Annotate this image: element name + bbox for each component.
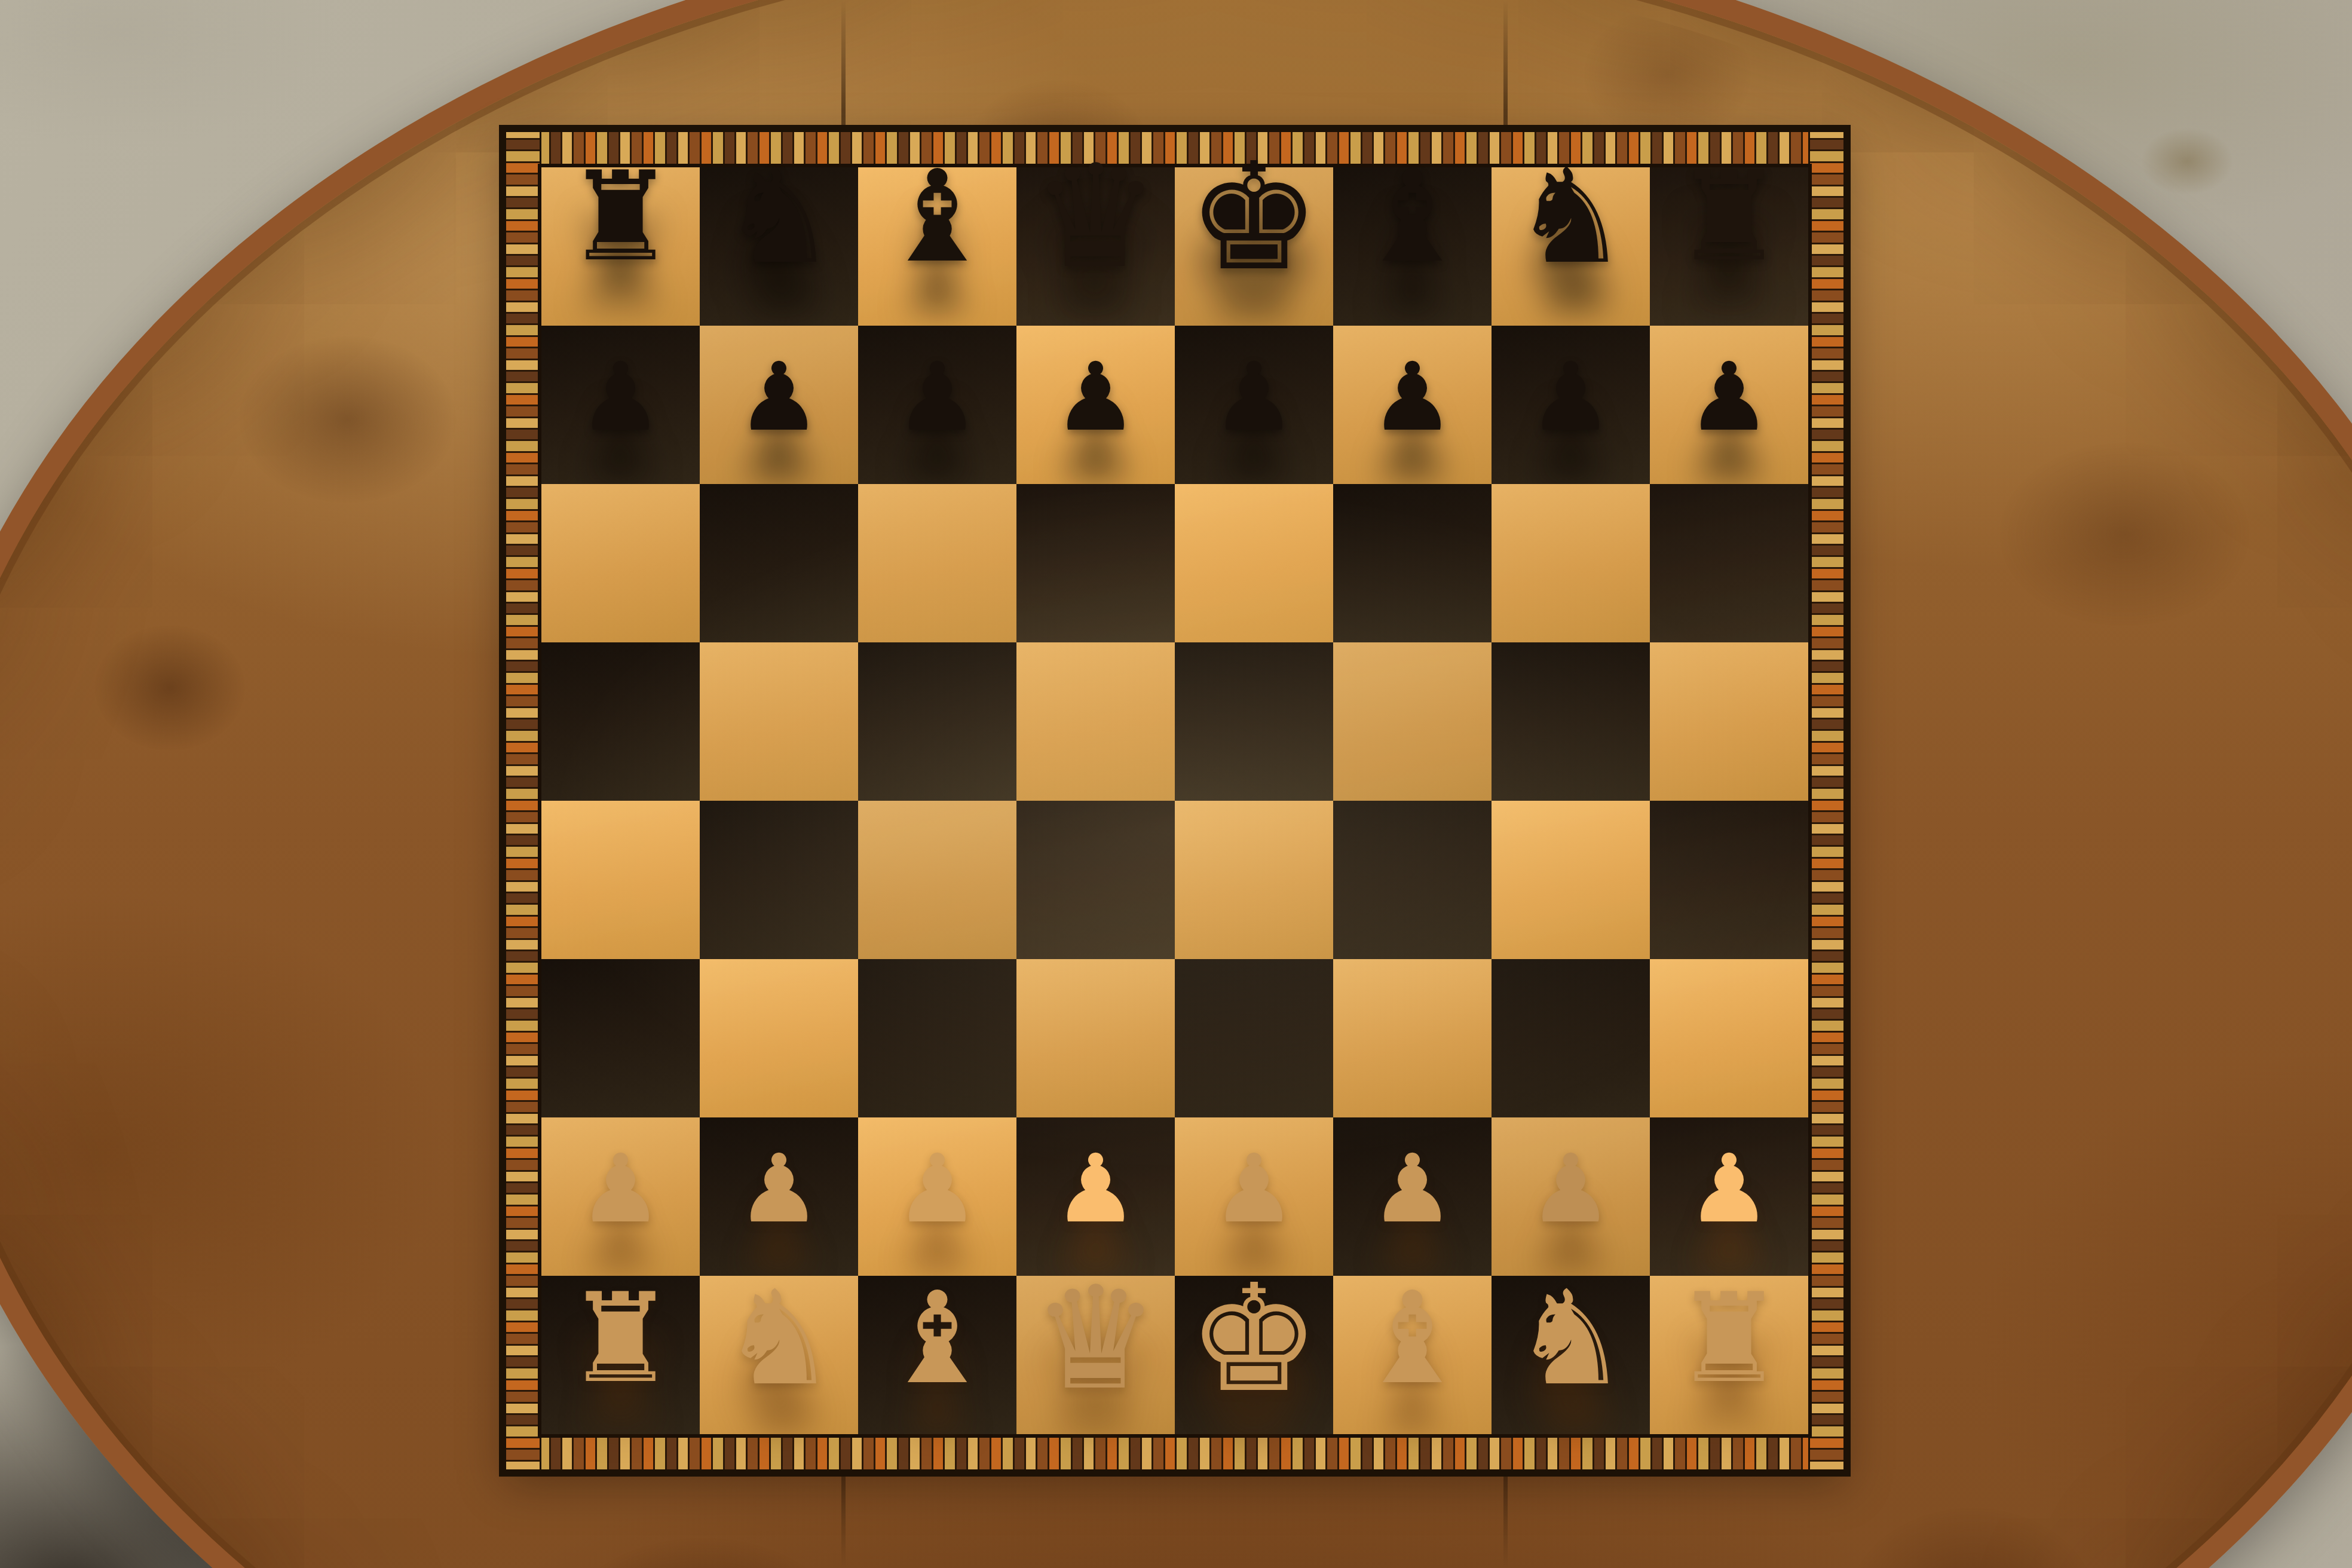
piece-white-king-e1[interactable]: ♚ [1187, 1264, 1320, 1413]
square-c8[interactable]: ♝ [858, 167, 1016, 326]
piece-black-pawn-a7[interactable]: ♟ [578, 350, 663, 444]
square-g1[interactable]: ♞ [1492, 1276, 1650, 1434]
square-f8[interactable]: ♝ [1333, 167, 1492, 326]
square-e5[interactable] [1175, 642, 1333, 801]
square-d8[interactable]: ♛ [1016, 167, 1175, 326]
square-g8[interactable]: ♞ [1492, 167, 1650, 326]
square-f4[interactable] [1333, 801, 1492, 959]
piece-black-rook-a8[interactable]: ♜ [565, 155, 676, 278]
piece-white-pawn-c2[interactable]: ♟ [895, 1141, 980, 1236]
square-d7[interactable]: ♟ [1016, 326, 1175, 484]
piece-black-bishop-c8[interactable]: ♝ [880, 154, 994, 280]
piece-black-pawn-h7[interactable]: ♟ [1687, 350, 1772, 444]
piece-white-pawn-h2[interactable]: ♟ [1687, 1141, 1772, 1236]
square-e4[interactable] [1175, 801, 1333, 959]
square-b8[interactable]: ♞ [700, 167, 858, 326]
square-h4[interactable] [1650, 801, 1808, 959]
piece-black-knight-g8[interactable]: ♞ [1512, 152, 1629, 282]
square-h7[interactable]: ♟ [1650, 326, 1808, 484]
square-h1[interactable]: ♜ [1650, 1276, 1808, 1434]
piece-white-queen-d1[interactable]: ♛ [1032, 1267, 1159, 1410]
piece-black-king-e8[interactable]: ♚ [1187, 143, 1320, 291]
square-h2[interactable]: ♟ [1650, 1117, 1808, 1276]
piece-black-pawn-d7[interactable]: ♟ [1053, 350, 1138, 444]
square-h3[interactable] [1650, 959, 1808, 1117]
piece-black-knight-b8[interactable]: ♞ [721, 152, 837, 282]
square-c7[interactable]: ♟ [858, 326, 1016, 484]
square-g3[interactable] [1492, 959, 1650, 1117]
square-b4[interactable] [700, 801, 858, 959]
square-d3[interactable] [1016, 959, 1175, 1117]
square-f7[interactable]: ♟ [1333, 326, 1492, 484]
square-c3[interactable] [858, 959, 1016, 1117]
square-h6[interactable] [1650, 484, 1808, 642]
square-a4[interactable] [541, 801, 700, 959]
square-a8[interactable]: ♜ [541, 167, 700, 326]
piece-white-pawn-b2[interactable]: ♟ [737, 1141, 822, 1236]
square-h8[interactable]: ♜ [1650, 167, 1808, 326]
square-d5[interactable] [1016, 642, 1175, 801]
square-b1[interactable]: ♞ [700, 1276, 858, 1434]
square-d1[interactable]: ♛ [1016, 1276, 1175, 1434]
square-c5[interactable] [858, 642, 1016, 801]
overhead-chess-table-photo: ♜♞♝♛♚♝♞♜♟♟♟♟♟♟♟♟♟♟♟♟♟♟♟♟♜♞♝♛♚♝♞♜ [0, 0, 2352, 1568]
piece-black-pawn-c7[interactable]: ♟ [895, 350, 980, 444]
square-g2[interactable]: ♟ [1492, 1117, 1650, 1276]
chessboard: ♜♞♝♛♚♝♞♜♟♟♟♟♟♟♟♟♟♟♟♟♟♟♟♟♜♞♝♛♚♝♞♜ [541, 167, 1808, 1434]
square-e7[interactable]: ♟ [1175, 326, 1333, 484]
square-f5[interactable] [1333, 642, 1492, 801]
square-e8[interactable]: ♚ [1175, 167, 1333, 326]
square-a2[interactable]: ♟ [541, 1117, 700, 1276]
piece-white-bishop-f1[interactable]: ♝ [1355, 1275, 1469, 1402]
inlay-border-band-bottom [504, 1434, 1845, 1471]
square-e6[interactable] [1175, 484, 1333, 642]
square-e1[interactable]: ♚ [1175, 1276, 1333, 1434]
square-a6[interactable] [541, 484, 700, 642]
piece-black-bishop-f8[interactable]: ♝ [1355, 154, 1469, 280]
piece-black-pawn-g7[interactable]: ♟ [1529, 350, 1613, 444]
square-c4[interactable] [858, 801, 1016, 959]
square-g7[interactable]: ♟ [1492, 326, 1650, 484]
square-a7[interactable]: ♟ [541, 326, 700, 484]
piece-white-pawn-e2[interactable]: ♟ [1212, 1141, 1297, 1236]
square-b5[interactable] [700, 642, 858, 801]
piece-white-knight-g1[interactable]: ♞ [1512, 1273, 1629, 1404]
square-b6[interactable] [700, 484, 858, 642]
square-d4[interactable] [1016, 801, 1175, 959]
piece-white-knight-b1[interactable]: ♞ [721, 1273, 837, 1404]
piece-black-pawn-e7[interactable]: ♟ [1212, 350, 1297, 444]
square-a5[interactable] [541, 642, 700, 801]
square-c2[interactable]: ♟ [858, 1117, 1016, 1276]
inlay-border-band-top [504, 130, 1845, 167]
piece-black-queen-d8[interactable]: ♛ [1032, 146, 1159, 288]
piece-white-rook-h1[interactable]: ♜ [1674, 1277, 1784, 1400]
square-b2[interactable]: ♟ [700, 1117, 858, 1276]
square-c1[interactable]: ♝ [858, 1276, 1016, 1434]
piece-black-pawn-b7[interactable]: ♟ [737, 350, 822, 444]
square-f6[interactable] [1333, 484, 1492, 642]
square-b3[interactable] [700, 959, 858, 1117]
square-a3[interactable] [541, 959, 700, 1117]
piece-white-pawn-f2[interactable]: ♟ [1370, 1141, 1455, 1236]
square-f2[interactable]: ♟ [1333, 1117, 1492, 1276]
inlay-border-band-left [504, 130, 541, 1471]
square-d2[interactable]: ♟ [1016, 1117, 1175, 1276]
piece-white-rook-a1[interactable]: ♜ [565, 1277, 676, 1400]
square-g4[interactable] [1492, 801, 1650, 959]
piece-white-pawn-g2[interactable]: ♟ [1529, 1141, 1613, 1236]
chessboard-inlay-frame: ♜♞♝♛♚♝♞♜♟♟♟♟♟♟♟♟♟♟♟♟♟♟♟♟♜♞♝♛♚♝♞♜ [504, 130, 1845, 1471]
piece-black-pawn-f7[interactable]: ♟ [1370, 350, 1455, 444]
piece-white-pawn-a2[interactable]: ♟ [578, 1141, 663, 1236]
square-a1[interactable]: ♜ [541, 1276, 700, 1434]
piece-white-pawn-d2[interactable]: ♟ [1053, 1141, 1138, 1236]
inlay-border-band-right [1808, 130, 1845, 1471]
square-e3[interactable] [1175, 959, 1333, 1117]
piece-black-rook-h8[interactable]: ♜ [1674, 155, 1784, 278]
square-d6[interactable] [1016, 484, 1175, 642]
square-f1[interactable]: ♝ [1333, 1276, 1492, 1434]
piece-white-bishop-c1[interactable]: ♝ [880, 1275, 994, 1402]
square-g5[interactable] [1492, 642, 1650, 801]
square-h5[interactable] [1650, 642, 1808, 801]
square-g6[interactable] [1492, 484, 1650, 642]
square-c6[interactable] [858, 484, 1016, 642]
square-b7[interactable]: ♟ [700, 326, 858, 484]
square-f3[interactable] [1333, 959, 1492, 1117]
